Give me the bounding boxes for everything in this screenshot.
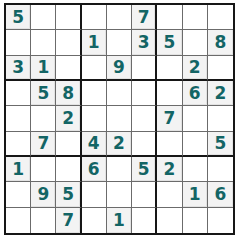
cell-r9c3[interactable]: 7 <box>56 208 81 233</box>
cell-r9c9[interactable] <box>208 208 233 233</box>
sudoku-page: 571358319258622774251652951671 <box>0 0 240 240</box>
cell-r8c4[interactable] <box>82 182 107 207</box>
cell-r1c4[interactable] <box>82 5 107 30</box>
cell-r8c5[interactable] <box>107 182 132 207</box>
cell-r3c3[interactable] <box>56 56 81 81</box>
cell-r4c1[interactable] <box>6 81 31 106</box>
cell-r9c2[interactable] <box>31 208 56 233</box>
cell-r3c4[interactable] <box>82 56 107 81</box>
cell-r7c9[interactable] <box>208 157 233 182</box>
cell-r7c5[interactable] <box>107 157 132 182</box>
cell-r9c1[interactable] <box>6 208 31 233</box>
cell-r1c2[interactable] <box>31 5 56 30</box>
cell-r6c7[interactable] <box>157 132 182 157</box>
cell-r7c4[interactable]: 6 <box>82 157 107 182</box>
cell-r3c9[interactable] <box>208 56 233 81</box>
cell-r8c8[interactable]: 1 <box>183 182 208 207</box>
cell-r2c2[interactable] <box>31 30 56 55</box>
cell-r4c5[interactable] <box>107 81 132 106</box>
cell-r9c8[interactable] <box>183 208 208 233</box>
cell-r5c3[interactable]: 2 <box>56 106 81 131</box>
cell-r9c6[interactable] <box>132 208 157 233</box>
cell-r7c7[interactable]: 2 <box>157 157 182 182</box>
cell-r6c6[interactable] <box>132 132 157 157</box>
cell-r5c4[interactable] <box>82 106 107 131</box>
cell-r6c1[interactable] <box>6 132 31 157</box>
cell-r7c3[interactable] <box>56 157 81 182</box>
cell-r7c8[interactable] <box>183 157 208 182</box>
cell-r1c3[interactable] <box>56 5 81 30</box>
cell-r2c8[interactable] <box>183 30 208 55</box>
cell-r2c9[interactable]: 8 <box>208 30 233 55</box>
cell-r2c7[interactable]: 5 <box>157 30 182 55</box>
cell-r5c2[interactable] <box>31 106 56 131</box>
cell-r6c4[interactable]: 4 <box>82 132 107 157</box>
cell-r2c4[interactable]: 1 <box>82 30 107 55</box>
cell-r3c8[interactable]: 2 <box>183 56 208 81</box>
cell-r5c1[interactable] <box>6 106 31 131</box>
cell-r4c2[interactable]: 5 <box>31 81 56 106</box>
cell-r1c7[interactable] <box>157 5 182 30</box>
cell-r7c1[interactable]: 1 <box>6 157 31 182</box>
cell-r1c8[interactable] <box>183 5 208 30</box>
cell-r3c1[interactable]: 3 <box>6 56 31 81</box>
cell-r6c3[interactable] <box>56 132 81 157</box>
cell-r8c1[interactable] <box>6 182 31 207</box>
cell-r9c7[interactable] <box>157 208 182 233</box>
cell-r8c6[interactable] <box>132 182 157 207</box>
cell-r6c2[interactable]: 7 <box>31 132 56 157</box>
cell-r4c9[interactable]: 2 <box>208 81 233 106</box>
cell-r4c6[interactable] <box>132 81 157 106</box>
cell-r4c7[interactable] <box>157 81 182 106</box>
cell-r3c5[interactable]: 9 <box>107 56 132 81</box>
sudoku-board: 571358319258622774251652951671 <box>4 3 235 235</box>
cell-r4c4[interactable] <box>82 81 107 106</box>
cell-r5c7[interactable]: 7 <box>157 106 182 131</box>
cell-r8c2[interactable]: 9 <box>31 182 56 207</box>
cell-r3c6[interactable] <box>132 56 157 81</box>
cell-r9c4[interactable] <box>82 208 107 233</box>
cell-r2c1[interactable] <box>6 30 31 55</box>
cell-r9c5[interactable]: 1 <box>107 208 132 233</box>
cell-r6c8[interactable] <box>183 132 208 157</box>
cell-r7c6[interactable]: 5 <box>132 157 157 182</box>
cell-r5c9[interactable] <box>208 106 233 131</box>
cell-r3c2[interactable]: 1 <box>31 56 56 81</box>
cell-r8c7[interactable] <box>157 182 182 207</box>
cell-r2c5[interactable] <box>107 30 132 55</box>
cell-r1c5[interactable] <box>107 5 132 30</box>
cell-r8c3[interactable]: 5 <box>56 182 81 207</box>
cell-r8c9[interactable]: 6 <box>208 182 233 207</box>
cell-r3c7[interactable] <box>157 56 182 81</box>
cell-r2c3[interactable] <box>56 30 81 55</box>
cell-r4c8[interactable]: 6 <box>183 81 208 106</box>
cell-r1c1[interactable]: 5 <box>6 5 31 30</box>
cell-r4c3[interactable]: 8 <box>56 81 81 106</box>
cell-r6c5[interactable]: 2 <box>107 132 132 157</box>
cell-r5c6[interactable] <box>132 106 157 131</box>
cell-r1c6[interactable]: 7 <box>132 5 157 30</box>
cell-r1c9[interactable] <box>208 5 233 30</box>
cell-r6c9[interactable]: 5 <box>208 132 233 157</box>
cell-r5c5[interactable] <box>107 106 132 131</box>
cell-r5c8[interactable] <box>183 106 208 131</box>
cell-r2c6[interactable]: 3 <box>132 30 157 55</box>
cell-r7c2[interactable] <box>31 157 56 182</box>
